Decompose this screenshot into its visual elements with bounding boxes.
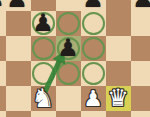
square[interactable] — [81, 11, 106, 36]
square[interactable] — [56, 0, 81, 11]
square[interactable] — [131, 11, 150, 36]
square[interactable] — [6, 86, 31, 111]
square[interactable] — [131, 86, 150, 111]
black-pawn-c8[interactable]: ♟ — [6, 0, 28, 11]
square[interactable] — [56, 86, 81, 111]
black-pawn-b8[interactable]: ♟ — [0, 0, 5, 10]
square[interactable] — [56, 111, 81, 117]
black-pawn-f8[interactable]: ♟ — [82, 0, 104, 11]
white-queen-g4[interactable]: ♛ — [107, 86, 129, 110]
square[interactable] — [6, 61, 31, 86]
square[interactable] — [6, 111, 31, 117]
square[interactable] — [31, 36, 56, 61]
chess-board: ♟♟♟♟♟♟♞♟♛ — [0, 0, 150, 117]
square[interactable] — [106, 36, 131, 61]
white-knight-d4[interactable]: ♞ — [31, 85, 54, 111]
square[interactable] — [81, 61, 106, 86]
square[interactable] — [106, 0, 131, 11]
black-pawn-h8[interactable]: ♟ — [132, 0, 150, 11]
black-pawn-d7[interactable]: ♟ — [32, 11, 54, 35]
square[interactable] — [6, 11, 31, 36]
square[interactable] — [106, 61, 131, 86]
square[interactable] — [81, 111, 106, 117]
black-pawn-e6[interactable]: ♟ — [57, 36, 79, 60]
square[interactable] — [6, 36, 31, 61]
square[interactable] — [56, 11, 81, 36]
white-pawn-f4[interactable]: ♟ — [83, 88, 103, 110]
square[interactable] — [131, 111, 150, 117]
square[interactable] — [56, 61, 81, 86]
square[interactable] — [106, 11, 131, 36]
square[interactable] — [131, 36, 150, 61]
square[interactable] — [131, 61, 150, 86]
square[interactable] — [81, 36, 106, 61]
